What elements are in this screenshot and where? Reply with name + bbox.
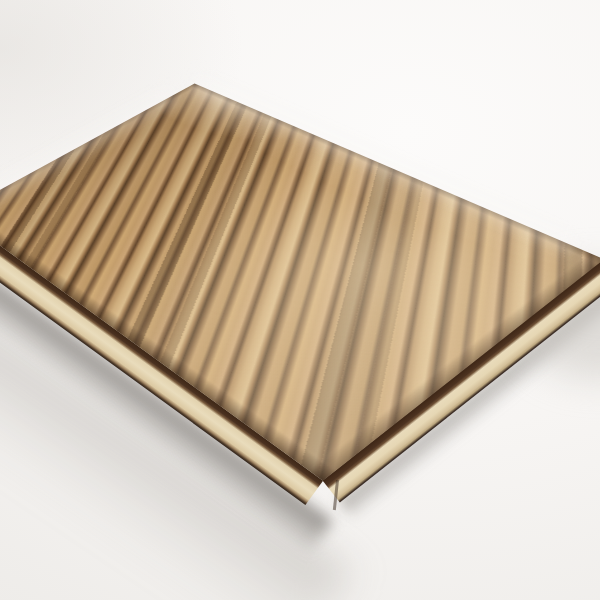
scene bbox=[0, 0, 600, 600]
board bbox=[0, 0, 600, 600]
